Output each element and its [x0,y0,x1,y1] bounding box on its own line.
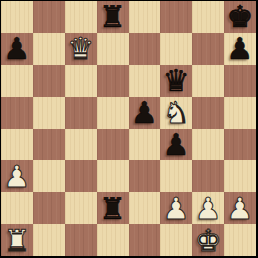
square-d6[interactable] [97,65,129,97]
square-e7[interactable] [129,33,161,65]
square-e5[interactable]: ♟ [129,97,161,129]
square-c2[interactable] [65,192,97,224]
square-d7[interactable] [97,33,129,65]
square-g5[interactable] [192,97,224,129]
square-d2[interactable]: ♜ [97,192,129,224]
square-h6[interactable] [224,65,256,97]
square-h2[interactable]: ♟ [224,192,256,224]
square-a7[interactable]: ♟ [1,33,33,65]
square-b8[interactable] [33,1,65,33]
piece-white-pawn: ♟ [3,161,30,192]
square-b2[interactable] [33,192,65,224]
chess-board-frame: ♜♚♟♛♟♛♟♞♟♟♜♟♟♟♜♚ [0,0,258,258]
chess-board: ♜♚♟♛♟♛♟♞♟♟♜♟♟♟♜♚ [1,1,256,256]
square-g1[interactable]: ♚ [192,224,224,256]
square-h4[interactable] [224,129,256,161]
square-e1[interactable] [129,224,161,256]
piece-white-knight: ♞ [163,97,190,128]
square-d3[interactable] [97,160,129,192]
square-h5[interactable] [224,97,256,129]
square-d1[interactable] [97,224,129,256]
square-e6[interactable] [129,65,161,97]
square-f5[interactable]: ♞ [160,97,192,129]
square-g8[interactable] [192,1,224,33]
square-h7[interactable]: ♟ [224,33,256,65]
square-g3[interactable] [192,160,224,192]
square-d5[interactable] [97,97,129,129]
piece-black-rook: ♜ [99,1,126,32]
square-b7[interactable] [33,33,65,65]
piece-white-king: ♚ [195,225,222,256]
square-a4[interactable] [1,129,33,161]
piece-black-pawn: ♟ [163,129,190,160]
square-h1[interactable] [224,224,256,256]
square-c4[interactable] [65,129,97,161]
piece-white-pawn: ♟ [163,193,190,224]
piece-black-pawn: ♟ [227,33,254,64]
piece-black-king: ♚ [227,1,254,32]
piece-black-queen: ♛ [163,65,190,96]
square-c1[interactable] [65,224,97,256]
square-h8[interactable]: ♚ [224,1,256,33]
square-d8[interactable]: ♜ [97,1,129,33]
square-a2[interactable] [1,192,33,224]
square-h3[interactable] [224,160,256,192]
square-g7[interactable] [192,33,224,65]
square-f2[interactable]: ♟ [160,192,192,224]
square-g6[interactable] [192,65,224,97]
piece-black-pawn: ♟ [3,33,30,64]
square-g2[interactable]: ♟ [192,192,224,224]
square-f1[interactable] [160,224,192,256]
square-b5[interactable] [33,97,65,129]
square-b1[interactable] [33,224,65,256]
square-c3[interactable] [65,160,97,192]
square-g4[interactable] [192,129,224,161]
piece-white-pawn: ♟ [227,193,254,224]
square-b4[interactable] [33,129,65,161]
square-f4[interactable]: ♟ [160,129,192,161]
square-e4[interactable] [129,129,161,161]
square-f7[interactable] [160,33,192,65]
square-a3[interactable]: ♟ [1,160,33,192]
piece-black-rook: ♜ [99,193,126,224]
square-d4[interactable] [97,129,129,161]
square-b6[interactable] [33,65,65,97]
square-c7[interactable]: ♛ [65,33,97,65]
square-e2[interactable] [129,192,161,224]
square-a8[interactable] [1,1,33,33]
piece-black-pawn: ♟ [131,97,158,128]
square-a1[interactable]: ♜ [1,224,33,256]
square-f3[interactable] [160,160,192,192]
piece-white-queen: ♛ [67,33,94,64]
piece-white-pawn: ♟ [195,193,222,224]
square-c5[interactable] [65,97,97,129]
square-e3[interactable] [129,160,161,192]
square-c8[interactable] [65,1,97,33]
square-b3[interactable] [33,160,65,192]
square-e8[interactable] [129,1,161,33]
square-f8[interactable] [160,1,192,33]
piece-white-rook: ♜ [3,225,30,256]
square-f6[interactable]: ♛ [160,65,192,97]
square-a5[interactable] [1,97,33,129]
square-a6[interactable] [1,65,33,97]
square-c6[interactable] [65,65,97,97]
